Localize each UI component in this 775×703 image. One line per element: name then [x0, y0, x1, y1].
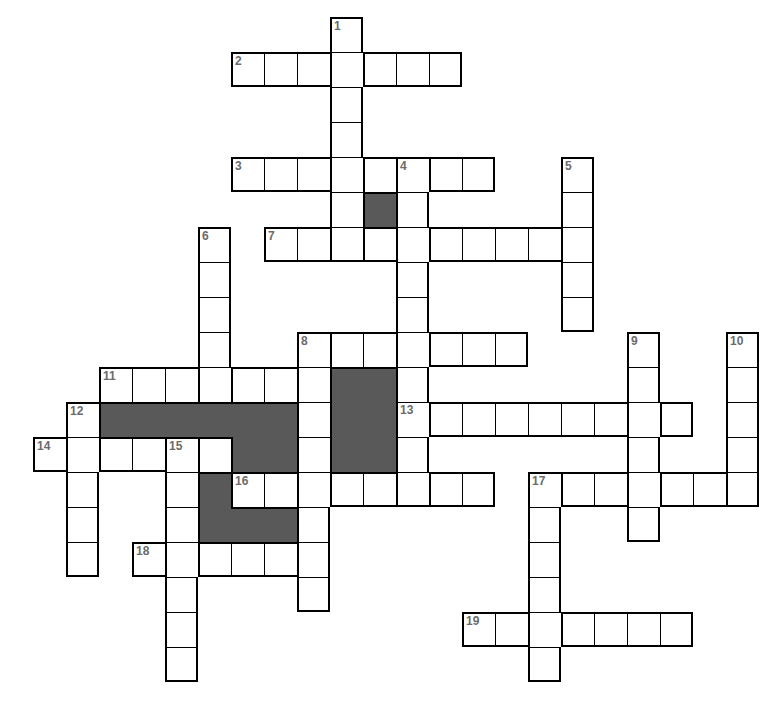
- cell-r14-c1[interactable]: [66, 507, 99, 542]
- cell-r6-c10[interactable]: [363, 227, 396, 262]
- clue-number-14: 14: [37, 440, 50, 453]
- cell-r10-c6[interactable]: [231, 367, 264, 402]
- cell-r17-c4[interactable]: [165, 612, 198, 647]
- clue-number-8: 8: [301, 335, 308, 348]
- cell-r0-c9[interactable]: 1: [330, 17, 363, 52]
- cell-r6-c14[interactable]: [495, 227, 528, 262]
- cell-r12-c4[interactable]: 15: [165, 437, 198, 472]
- cell-r16-c8[interactable]: [297, 577, 330, 612]
- blocked-cell-r14-c5: [198, 507, 231, 542]
- cell-r6-c5[interactable]: 6: [198, 227, 231, 262]
- cell-r13-c19[interactable]: [660, 472, 693, 507]
- cell-r11-c1[interactable]: 12: [66, 402, 99, 437]
- cell-r6-c8[interactable]: [297, 227, 330, 262]
- cell-r11-c17[interactable]: [594, 402, 627, 437]
- cell-r9-c13[interactable]: [462, 332, 495, 367]
- cell-r1-c8[interactable]: [297, 52, 330, 87]
- cell-r16-c4[interactable]: [165, 577, 198, 612]
- clue-number-10: 10: [730, 335, 743, 348]
- cell-r18-c15[interactable]: [528, 647, 561, 682]
- cell-r6-c16[interactable]: [561, 227, 594, 262]
- cell-r10-c18[interactable]: [627, 367, 660, 402]
- cell-r11-c21[interactable]: [726, 402, 759, 437]
- blocked-cell-r11-c2: [99, 402, 132, 437]
- cell-r13-c12[interactable]: [429, 472, 462, 507]
- cell-r15-c8[interactable]: [297, 542, 330, 577]
- cell-r4-c6[interactable]: 3: [231, 157, 264, 192]
- cell-r4-c10[interactable]: [363, 157, 396, 192]
- cell-r12-c3[interactable]: [132, 437, 165, 472]
- cell-r13-c9[interactable]: [330, 472, 363, 507]
- cell-r13-c11[interactable]: [396, 472, 429, 507]
- clue-number-12: 12: [70, 405, 83, 418]
- cell-r12-c11[interactable]: [396, 437, 429, 472]
- cell-r4-c11[interactable]: 4: [396, 157, 429, 192]
- cell-r6-c13[interactable]: [462, 227, 495, 262]
- cell-r10-c21[interactable]: [726, 367, 759, 402]
- cell-r5-c9[interactable]: [330, 192, 363, 227]
- cell-r15-c3[interactable]: 18: [132, 542, 165, 577]
- blocked-cell-r10-c9: [330, 367, 363, 402]
- cell-r8-c11[interactable]: [396, 297, 429, 332]
- cell-r5-c16[interactable]: [561, 192, 594, 227]
- clue-number-11: 11: [103, 370, 116, 383]
- cell-r17-c18[interactable]: [627, 612, 660, 647]
- cell-r14-c15[interactable]: [528, 507, 561, 542]
- cell-r11-c19[interactable]: [660, 402, 693, 437]
- clue-number-16: 16: [235, 475, 248, 488]
- clue-number-7: 7: [268, 230, 275, 243]
- cell-r4-c7[interactable]: [264, 157, 297, 192]
- cell-r10-c3[interactable]: [132, 367, 165, 402]
- cell-r4-c9[interactable]: [330, 157, 363, 192]
- cell-r17-c14[interactable]: [495, 612, 528, 647]
- cell-r9-c10[interactable]: [363, 332, 396, 367]
- blocked-cell-r11-c9: [330, 402, 363, 437]
- blocked-cell-r11-c5: [198, 402, 231, 437]
- cell-r14-c18[interactable]: [627, 507, 660, 542]
- cell-r4-c12[interactable]: [429, 157, 462, 192]
- cell-r11-c16[interactable]: [561, 402, 594, 437]
- cell-r11-c14[interactable]: [495, 402, 528, 437]
- blocked-cell-r13-c5: [198, 472, 231, 507]
- cell-r7-c16[interactable]: [561, 262, 594, 297]
- blocked-cell-r12-c9: [330, 437, 363, 472]
- clue-number-18: 18: [136, 545, 149, 558]
- blocked-cell-r11-c3: [132, 402, 165, 437]
- cell-r12-c21[interactable]: [726, 437, 759, 472]
- cell-r12-c8[interactable]: [297, 437, 330, 472]
- cell-r15-c15[interactable]: [528, 542, 561, 577]
- cell-r10-c2[interactable]: 11: [99, 367, 132, 402]
- cell-r13-c1[interactable]: [66, 472, 99, 507]
- cell-r9-c11[interactable]: [396, 332, 429, 367]
- blocked-cell-r10-c10: [363, 367, 396, 402]
- blocked-cell-r11-c6: [231, 402, 264, 437]
- cell-r10-c4[interactable]: [165, 367, 198, 402]
- cell-r1-c7[interactable]: [264, 52, 297, 87]
- cell-r12-c1[interactable]: [66, 437, 99, 472]
- blocked-cell-r11-c4: [165, 402, 198, 437]
- cell-r8-c16[interactable]: [561, 297, 594, 332]
- clue-number-1: 1: [334, 20, 341, 33]
- cell-r11-c18[interactable]: [627, 402, 660, 437]
- cell-r7-c11[interactable]: [396, 262, 429, 297]
- clue-number-15: 15: [169, 440, 182, 453]
- cell-r13-c13[interactable]: [462, 472, 495, 507]
- cell-r14-c8[interactable]: [297, 507, 330, 542]
- cell-r13-c10[interactable]: [363, 472, 396, 507]
- cell-r12-c0[interactable]: 14: [33, 437, 66, 472]
- cell-r17-c19[interactable]: [660, 612, 693, 647]
- cell-r1-c6[interactable]: 2: [231, 52, 264, 87]
- cell-r17-c16[interactable]: [561, 612, 594, 647]
- cell-r18-c4[interactable]: [165, 647, 198, 682]
- clue-number-19: 19: [466, 615, 479, 628]
- cell-r13-c17[interactable]: [594, 472, 627, 507]
- cell-r9-c8[interactable]: 8: [297, 332, 330, 367]
- cell-r10-c11[interactable]: [396, 367, 429, 402]
- cell-r10-c8[interactable]: [297, 367, 330, 402]
- cell-r9-c18[interactable]: 9: [627, 332, 660, 367]
- blocked-cell-r5-c10: [363, 192, 396, 227]
- crossword-board: 12345678910111213141516171819: [33, 17, 759, 682]
- cell-r6-c12[interactable]: [429, 227, 462, 262]
- cell-r9-c5[interactable]: [198, 332, 231, 367]
- cell-r13-c20[interactable]: [693, 472, 726, 507]
- blocked-cell-r11-c7: [264, 402, 297, 437]
- cell-r9-c14[interactable]: [495, 332, 528, 367]
- cell-r7-c5[interactable]: [198, 262, 231, 297]
- clue-number-3: 3: [235, 160, 242, 173]
- blocked-cell-r11-c10: [363, 402, 396, 437]
- clue-number-5: 5: [565, 160, 572, 173]
- cell-r10-c7[interactable]: [264, 367, 297, 402]
- cell-r5-c11[interactable]: [396, 192, 429, 227]
- cell-r11-c13[interactable]: [462, 402, 495, 437]
- clue-number-2: 2: [235, 55, 242, 68]
- clue-number-4: 4: [400, 160, 407, 173]
- cell-r4-c13[interactable]: [462, 157, 495, 192]
- cell-r8-c5[interactable]: [198, 297, 231, 332]
- cell-r9-c21[interactable]: 10: [726, 332, 759, 367]
- cell-r1-c12[interactable]: [429, 52, 462, 87]
- cell-r13-c15[interactable]: 17: [528, 472, 561, 507]
- cell-r3-c9[interactable]: [330, 122, 363, 157]
- cell-r17-c13[interactable]: 19: [462, 612, 495, 647]
- cell-r13-c16[interactable]: [561, 472, 594, 507]
- clue-number-9: 9: [631, 335, 638, 348]
- blocked-cell-r12-c10: [363, 437, 396, 472]
- clue-number-13: 13: [400, 404, 413, 417]
- clue-number-17: 17: [532, 475, 545, 488]
- cell-r14-c4[interactable]: [165, 507, 198, 542]
- cell-r13-c4[interactable]: [165, 472, 198, 507]
- cell-r6-c9[interactable]: [330, 227, 363, 262]
- cell-r1-c11[interactable]: [396, 52, 429, 87]
- blocked-cell-r14-c6: [231, 507, 264, 542]
- cell-r1-c9[interactable]: [330, 52, 363, 87]
- blocked-cell-r12-c7: [264, 437, 297, 472]
- clue-number-6: 6: [202, 230, 209, 243]
- cell-r12-c2[interactable]: [99, 437, 132, 472]
- blocked-cell-r12-c6: [231, 437, 264, 472]
- cell-r15-c5[interactable]: [198, 542, 231, 577]
- cell-r11-c15[interactable]: [528, 402, 561, 437]
- cell-r2-c9[interactable]: [330, 87, 363, 122]
- cell-r1-c10[interactable]: [363, 52, 396, 87]
- cell-r13-c8[interactable]: [297, 472, 330, 507]
- cell-r11-c8[interactable]: [297, 402, 330, 437]
- cell-r12-c18[interactable]: [627, 437, 660, 472]
- cell-r12-c5[interactable]: [198, 437, 231, 472]
- cell-r9-c9[interactable]: [330, 332, 363, 367]
- cell-r6-c7[interactable]: 7: [264, 227, 297, 262]
- blocked-cell-r14-c7: [264, 507, 297, 542]
- cell-r4-c8[interactable]: [297, 157, 330, 192]
- cell-r16-c15[interactable]: [528, 577, 561, 612]
- cell-r13-c7[interactable]: [264, 472, 297, 507]
- cell-r15-c4[interactable]: [165, 542, 198, 577]
- cell-r6-c15[interactable]: [528, 227, 561, 262]
- cell-r10-c5[interactable]: [198, 367, 231, 402]
- cell-r4-c16[interactable]: 5: [561, 157, 594, 192]
- cell-r13-c18[interactable]: [627, 472, 660, 507]
- cell-r6-c11[interactable]: [396, 227, 429, 262]
- cell-r15-c7[interactable]: [264, 542, 297, 577]
- cell-r17-c15[interactable]: [528, 612, 561, 647]
- cell-r13-c21[interactable]: [726, 472, 759, 507]
- cell-r9-c12[interactable]: [429, 332, 462, 367]
- cell-r13-c6[interactable]: 16: [231, 472, 264, 507]
- cell-r15-c1[interactable]: [66, 542, 99, 577]
- cell-r11-c11[interactable]: 13: [396, 402, 429, 437]
- cell-r15-c6[interactable]: [231, 542, 264, 577]
- cell-r11-c12[interactable]: [429, 402, 462, 437]
- cell-r17-c17[interactable]: [594, 612, 627, 647]
